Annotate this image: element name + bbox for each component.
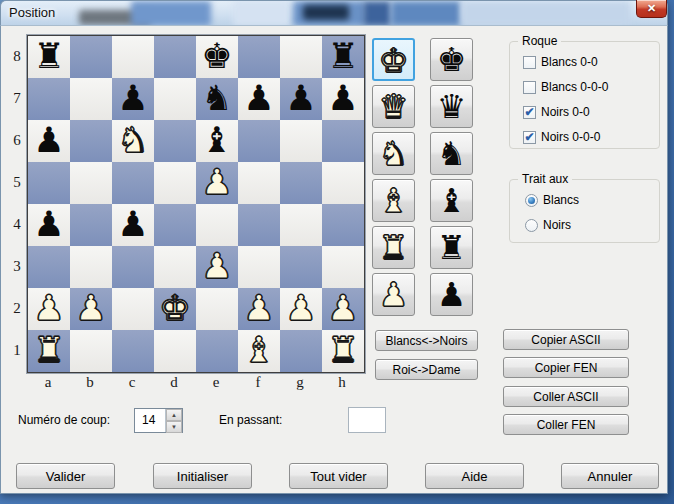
square-h4[interactable] [322, 204, 364, 246]
dialog-body: 87654321 ♜♚♜♟♞♟♟♟♟♞♝♟♟♟♟♟♟♚♟♟♟♜♝♜ abcdef… [0, 25, 668, 494]
move-number-stepper[interactable]: 14 ▲ ▼ [134, 408, 183, 433]
titlebar-blur-shape [363, 1, 391, 25]
swap-colors-button[interactable]: Blancs<->Noirs [375, 330, 478, 351]
square-g2[interactable]: ♟ [280, 288, 322, 330]
square-d2[interactable]: ♚ [154, 288, 196, 330]
black-pawn-piece: ♟ [28, 120, 70, 161]
black-king-piece: ♚ [196, 36, 238, 77]
rank-label: 8 [9, 35, 25, 77]
palette-black-knight-button[interactable]: ♞ [430, 132, 473, 175]
chess-board: ♜♚♜♟♞♟♟♟♟♞♝♟♟♟♟♟♟♚♟♟♟♜♝♜ [27, 35, 365, 373]
white-king-piece: ♚ [154, 288, 196, 329]
checkbox-icon[interactable]: ✔ [523, 131, 536, 144]
checkbox-icon[interactable] [523, 56, 536, 69]
checkbox-label: Blancs 0-0 [541, 55, 598, 69]
piece-palette: ♚♚♛♛♞♞♝♝♜♜♟♟ [372, 38, 473, 316]
square-c5[interactable] [112, 162, 154, 204]
square-f7[interactable]: ♟ [238, 78, 280, 120]
palette-black-pawn-button[interactable]: ♟ [430, 273, 473, 316]
black-pawn-piece: ♟ [322, 78, 364, 119]
mirror-king-queen-button[interactable]: Roi<->Dame [375, 359, 478, 380]
square-c6[interactable]: ♞ [112, 120, 154, 162]
white-pawn-piece: ♟ [196, 162, 238, 203]
square-b1[interactable] [70, 330, 112, 372]
close-button[interactable]: ✕ [636, 0, 667, 18]
titlebar-blur-shape [233, 1, 291, 25]
file-label: g [279, 373, 321, 391]
palette-black-queen-button[interactable]: ♛ [430, 85, 473, 128]
white-pawn-piece: ♟ [373, 274, 414, 315]
square-f4[interactable] [238, 204, 280, 246]
white-knight-piece: ♞ [373, 133, 414, 174]
castling-checkbox-blancs-0-0[interactable]: Blancs 0-0 [523, 55, 598, 69]
rank-label: 5 [9, 161, 25, 203]
square-f5[interactable] [238, 162, 280, 204]
square-c7[interactable]: ♟ [112, 78, 154, 120]
palette-white-queen-button[interactable]: ♛ [372, 85, 415, 128]
square-h8[interactable]: ♜ [322, 36, 364, 78]
file-label: a [27, 373, 69, 391]
square-b6[interactable] [70, 120, 112, 162]
rank-label: 6 [9, 119, 25, 161]
square-a7[interactable] [28, 78, 70, 120]
square-c1[interactable] [112, 330, 154, 372]
black-pawn-piece: ♟ [238, 78, 280, 119]
cancel-button[interactable]: Annuler [561, 463, 659, 489]
checkbox-label: Blancs 0-0-0 [541, 80, 608, 94]
white-pawn-piece: ♟ [28, 288, 70, 329]
titlebar-blur-shape [391, 1, 461, 25]
palette-black-rook-button[interactable]: ♜ [430, 226, 473, 269]
square-h6[interactable] [322, 120, 364, 162]
radio-label: Noirs [543, 218, 571, 232]
position-dialog: Position ✕ 87654321 ♜♚♜♟♞♟♟♟♟♞♝♟♟♟♟♟♟♚♟♟… [0, 0, 668, 494]
square-e7[interactable]: ♞ [196, 78, 238, 120]
palette-white-pawn-button[interactable]: ♟ [372, 273, 415, 316]
castling-checkbox-noirs-0-0-0[interactable]: ✔Noirs 0-0-0 [523, 130, 600, 144]
palette-black-bishop-button[interactable]: ♝ [430, 179, 473, 222]
white-pawn-piece: ♟ [238, 288, 280, 329]
en-passant-label: En passant: [219, 408, 282, 433]
crown-icon [303, 5, 349, 20]
white-pawn-piece: ♟ [196, 246, 238, 287]
palette-white-knight-button[interactable]: ♞ [372, 132, 415, 175]
white-pawn-piece: ♟ [70, 288, 112, 329]
copy-fen-button[interactable]: Copier FEN [503, 357, 629, 378]
square-f6[interactable] [238, 120, 280, 162]
square-d3[interactable] [154, 246, 196, 288]
rank-label: 4 [9, 203, 25, 245]
square-f1[interactable]: ♝ [238, 330, 280, 372]
square-h3[interactable] [322, 246, 364, 288]
palette-black-king-button[interactable]: ♚ [430, 38, 473, 81]
square-f8[interactable] [238, 36, 280, 78]
file-label: h [321, 373, 363, 391]
palette-white-bishop-button[interactable]: ♝ [372, 179, 415, 222]
white-rook-piece: ♜ [373, 227, 414, 268]
white-rook-piece: ♜ [322, 330, 364, 371]
clear-board-button[interactable]: Tout vider [289, 463, 388, 489]
castling-checkbox-noirs-0-0[interactable]: ✔Noirs 0-0 [523, 105, 590, 119]
file-label: e [195, 373, 237, 391]
side-to-move-radio-noirs[interactable]: Noirs [525, 218, 571, 232]
titlebar-blur-shape [131, 1, 211, 25]
paste-ascii-button[interactable]: Coller ASCII [503, 386, 629, 407]
white-queen-piece: ♛ [373, 86, 414, 127]
square-b2[interactable]: ♟ [70, 288, 112, 330]
square-d7[interactable] [154, 78, 196, 120]
initialize-button[interactable]: Initialiser [153, 463, 252, 489]
palette-white-king-button[interactable]: ♚ [372, 38, 415, 81]
checkbox-icon[interactable] [523, 81, 536, 94]
window-title: Position [9, 5, 55, 20]
square-e8[interactable]: ♚ [196, 36, 238, 78]
rank-label: 3 [9, 245, 25, 287]
move-number-value: 14 [135, 409, 165, 432]
black-rook-piece: ♜ [322, 36, 364, 77]
square-g7[interactable]: ♟ [280, 78, 322, 120]
square-b3[interactable] [70, 246, 112, 288]
black-rook-piece: ♜ [28, 36, 70, 77]
square-b7[interactable] [70, 78, 112, 120]
square-e3[interactable]: ♟ [196, 246, 238, 288]
square-e4[interactable] [196, 204, 238, 246]
square-b8[interactable] [70, 36, 112, 78]
move-number-label: Numéro de coup: [18, 408, 110, 433]
square-h1[interactable]: ♜ [322, 330, 364, 372]
checkbox-label: Noirs 0-0-0 [541, 130, 600, 144]
side-to-move-group: Trait aux BlancsNoirs [509, 179, 660, 243]
square-e1[interactable] [196, 330, 238, 372]
square-d4[interactable] [154, 204, 196, 246]
palette-white-rook-button[interactable]: ♜ [372, 226, 415, 269]
rank-label: 1 [9, 329, 25, 371]
side-to-move-group-title: Trait aux [518, 172, 572, 186]
square-a4[interactable]: ♟ [28, 204, 70, 246]
side-to-move-radio-blancs[interactable]: Blancs [525, 193, 579, 207]
black-pawn-piece: ♟ [28, 204, 70, 245]
square-d1[interactable] [154, 330, 196, 372]
square-g6[interactable] [280, 120, 322, 162]
titlebar-blur-shape [461, 1, 631, 25]
square-h7[interactable]: ♟ [322, 78, 364, 120]
radio-icon[interactable] [525, 219, 538, 232]
file-label: d [153, 373, 195, 391]
square-d6[interactable] [154, 120, 196, 162]
square-g5[interactable] [280, 162, 322, 204]
castling-group-title: Roque [518, 34, 561, 48]
square-a1[interactable]: ♜ [28, 330, 70, 372]
square-g3[interactable] [280, 246, 322, 288]
white-king-piece: ♚ [374, 40, 413, 81]
copy-ascii-button[interactable]: Copier ASCII [503, 329, 629, 350]
square-a6[interactable]: ♟ [28, 120, 70, 162]
radio-label: Blancs [543, 193, 579, 207]
square-e5[interactable]: ♟ [196, 162, 238, 204]
white-pawn-piece: ♟ [322, 288, 364, 329]
square-g8[interactable] [280, 36, 322, 78]
validate-button[interactable]: Valider [16, 463, 115, 489]
square-c3[interactable] [112, 246, 154, 288]
black-queen-piece: ♛ [431, 86, 472, 127]
black-knight-piece: ♞ [431, 133, 472, 174]
square-e6[interactable]: ♝ [196, 120, 238, 162]
file-labels: abcdefgh [27, 373, 363, 391]
spin-down-icon[interactable]: ▼ [166, 421, 182, 433]
black-pawn-piece: ♟ [112, 78, 154, 119]
black-pawn-piece: ♟ [280, 78, 322, 119]
checkbox-label: Noirs 0-0 [541, 105, 590, 119]
file-label: b [69, 373, 111, 391]
radio-icon[interactable] [525, 194, 538, 207]
black-pawn-piece: ♟ [431, 274, 472, 315]
file-label: f [237, 373, 279, 391]
spin-up-icon[interactable]: ▲ [166, 409, 182, 421]
black-rook-piece: ♜ [431, 227, 472, 268]
square-c8[interactable] [112, 36, 154, 78]
help-button[interactable]: Aide [425, 463, 524, 489]
black-pawn-piece: ♟ [112, 204, 154, 245]
black-king-piece: ♚ [431, 39, 472, 80]
black-bishop-piece: ♝ [431, 180, 472, 221]
square-b4[interactable] [70, 204, 112, 246]
square-e2[interactable] [196, 288, 238, 330]
rank-labels: 87654321 [9, 35, 25, 371]
square-c4[interactable]: ♟ [112, 204, 154, 246]
square-d5[interactable] [154, 162, 196, 204]
square-g4[interactable] [280, 204, 322, 246]
white-rook-piece: ♜ [28, 330, 70, 371]
castling-group: Roque Blancs 0-0Blancs 0-0-0✔Noirs 0-0✔N… [509, 41, 660, 149]
white-pawn-piece: ♟ [280, 288, 322, 329]
square-h5[interactable] [322, 162, 364, 204]
rank-label: 7 [9, 77, 25, 119]
title-bar[interactable]: Position [0, 0, 668, 25]
square-f2[interactable]: ♟ [238, 288, 280, 330]
white-bishop-piece: ♝ [373, 180, 414, 221]
square-a8[interactable]: ♜ [28, 36, 70, 78]
square-f3[interactable] [238, 246, 280, 288]
square-a3[interactable] [28, 246, 70, 288]
castling-checkbox-blancs-0-0-0[interactable]: Blancs 0-0-0 [523, 80, 608, 94]
square-g1[interactable] [280, 330, 322, 372]
square-b5[interactable] [70, 162, 112, 204]
square-c2[interactable] [112, 288, 154, 330]
square-h2[interactable]: ♟ [322, 288, 364, 330]
white-knight-piece: ♞ [112, 120, 154, 161]
square-a2[interactable]: ♟ [28, 288, 70, 330]
square-d8[interactable] [154, 36, 196, 78]
white-bishop-piece: ♝ [238, 330, 280, 371]
en-passant-field[interactable] [348, 407, 386, 433]
black-bishop-piece: ♝ [196, 120, 238, 161]
black-knight-piece: ♞ [196, 78, 238, 119]
square-a5[interactable] [28, 162, 70, 204]
rank-label: 2 [9, 287, 25, 329]
paste-fen-button[interactable]: Coller FEN [503, 414, 629, 435]
file-label: c [111, 373, 153, 391]
checkbox-icon[interactable]: ✔ [523, 106, 536, 119]
